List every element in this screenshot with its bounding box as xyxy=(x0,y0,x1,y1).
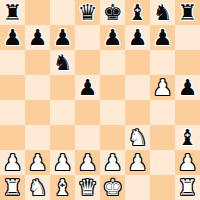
square-c8[interactable] xyxy=(50,0,75,25)
square-f4[interactable] xyxy=(125,100,150,125)
white-pawn-piece[interactable]: ♟ xyxy=(178,150,198,175)
square-h2[interactable]: ♟ xyxy=(175,150,200,175)
square-e3[interactable] xyxy=(100,125,125,150)
white-queen-piece[interactable]: ♛ xyxy=(78,175,98,200)
square-g5[interactable]: ♟ xyxy=(150,75,175,100)
square-e4[interactable] xyxy=(100,100,125,125)
black-pawn-piece[interactable]: ♟ xyxy=(3,25,23,50)
square-g8[interactable]: ♞ xyxy=(150,0,175,25)
square-h5[interactable]: ♟ xyxy=(175,75,200,100)
square-b2[interactable]: ♟ xyxy=(25,150,50,175)
square-e2[interactable]: ♟ xyxy=(100,150,125,175)
square-g6[interactable] xyxy=(150,50,175,75)
square-b8[interactable] xyxy=(25,0,50,25)
square-a3[interactable] xyxy=(0,125,25,150)
square-c6[interactable]: ♞ xyxy=(50,50,75,75)
white-pawn-piece[interactable]: ♟ xyxy=(53,150,73,175)
square-f8[interactable]: ♝ xyxy=(125,0,150,25)
black-pawn-piece[interactable]: ♟ xyxy=(178,75,198,100)
square-c2[interactable]: ♟ xyxy=(50,150,75,175)
square-e7[interactable]: ♟ xyxy=(100,25,125,50)
chess-board: ♜♛♚♝♞♜♟♟♟♟♟♟♞♟♟♟♞♝♟♟♟♟♟♟♟♜♞♝♛♚♜ xyxy=(0,0,200,200)
square-f3[interactable]: ♞ xyxy=(125,125,150,150)
square-c7[interactable]: ♟ xyxy=(50,25,75,50)
square-a6[interactable] xyxy=(0,50,25,75)
square-f1[interactable] xyxy=(125,175,150,200)
square-f5[interactable] xyxy=(125,75,150,100)
black-rook-piece[interactable]: ♜ xyxy=(178,0,198,25)
square-d7[interactable] xyxy=(75,25,100,50)
square-h4[interactable] xyxy=(175,100,200,125)
square-a5[interactable] xyxy=(0,75,25,100)
black-knight-piece[interactable]: ♞ xyxy=(153,0,173,25)
square-b3[interactable] xyxy=(25,125,50,150)
square-b5[interactable] xyxy=(25,75,50,100)
square-e1[interactable]: ♚ xyxy=(100,175,125,200)
square-f6[interactable] xyxy=(125,50,150,75)
square-g1[interactable] xyxy=(150,175,175,200)
white-bishop-piece[interactable]: ♝ xyxy=(53,175,73,200)
black-knight-piece[interactable]: ♞ xyxy=(53,50,73,75)
square-g2[interactable] xyxy=(150,150,175,175)
square-a1[interactable]: ♜ xyxy=(0,175,25,200)
square-g4[interactable] xyxy=(150,100,175,125)
white-king-piece[interactable]: ♚ xyxy=(103,175,123,200)
square-f7[interactable]: ♟ xyxy=(125,25,150,50)
square-b4[interactable] xyxy=(25,100,50,125)
square-a2[interactable]: ♟ xyxy=(0,150,25,175)
square-a7[interactable]: ♟ xyxy=(0,25,25,50)
square-h8[interactable]: ♜ xyxy=(175,0,200,25)
white-pawn-piece[interactable]: ♟ xyxy=(3,150,23,175)
square-d2[interactable]: ♟ xyxy=(75,150,100,175)
square-g3[interactable] xyxy=(150,125,175,150)
square-d3[interactable] xyxy=(75,125,100,150)
black-pawn-piece[interactable]: ♟ xyxy=(128,25,148,50)
square-b6[interactable] xyxy=(25,50,50,75)
square-b1[interactable]: ♞ xyxy=(25,175,50,200)
square-h1[interactable]: ♜ xyxy=(175,175,200,200)
white-rook-piece[interactable]: ♜ xyxy=(178,175,198,200)
white-rook-piece[interactable]: ♜ xyxy=(3,175,23,200)
white-pawn-piece[interactable]: ♟ xyxy=(103,150,123,175)
square-h6[interactable] xyxy=(175,50,200,75)
black-bishop-piece[interactable]: ♝ xyxy=(178,125,198,150)
white-pawn-piece[interactable]: ♟ xyxy=(78,150,98,175)
square-g7[interactable]: ♟ xyxy=(150,25,175,50)
square-d5[interactable]: ♟ xyxy=(75,75,100,100)
white-pawn-piece[interactable]: ♟ xyxy=(153,75,173,100)
square-c3[interactable] xyxy=(50,125,75,150)
square-f2[interactable]: ♟ xyxy=(125,150,150,175)
square-c1[interactable]: ♝ xyxy=(50,175,75,200)
square-h3[interactable]: ♝ xyxy=(175,125,200,150)
black-pawn-piece[interactable]: ♟ xyxy=(53,25,73,50)
white-knight-piece[interactable]: ♞ xyxy=(128,125,148,150)
square-d1[interactable]: ♛ xyxy=(75,175,100,200)
black-king-piece[interactable]: ♚ xyxy=(103,0,123,25)
square-e6[interactable] xyxy=(100,50,125,75)
square-c4[interactable] xyxy=(50,100,75,125)
black-pawn-piece[interactable]: ♟ xyxy=(153,25,173,50)
black-rook-piece[interactable]: ♜ xyxy=(3,0,23,25)
white-knight-piece[interactable]: ♞ xyxy=(28,175,48,200)
white-pawn-piece[interactable]: ♟ xyxy=(28,150,48,175)
white-pawn-piece[interactable]: ♟ xyxy=(128,150,148,175)
black-pawn-piece[interactable]: ♟ xyxy=(78,75,98,100)
square-c5[interactable] xyxy=(50,75,75,100)
square-a4[interactable] xyxy=(0,100,25,125)
square-d4[interactable] xyxy=(75,100,100,125)
square-d6[interactable] xyxy=(75,50,100,75)
square-d8[interactable]: ♛ xyxy=(75,0,100,25)
square-e5[interactable] xyxy=(100,75,125,100)
square-h7[interactable] xyxy=(175,25,200,50)
black-pawn-piece[interactable]: ♟ xyxy=(103,25,123,50)
black-pawn-piece[interactable]: ♟ xyxy=(28,25,48,50)
black-bishop-piece[interactable]: ♝ xyxy=(128,0,148,25)
black-queen-piece[interactable]: ♛ xyxy=(78,0,98,25)
square-b7[interactable]: ♟ xyxy=(25,25,50,50)
square-e8[interactable]: ♚ xyxy=(100,0,125,25)
square-a8[interactable]: ♜ xyxy=(0,0,25,25)
